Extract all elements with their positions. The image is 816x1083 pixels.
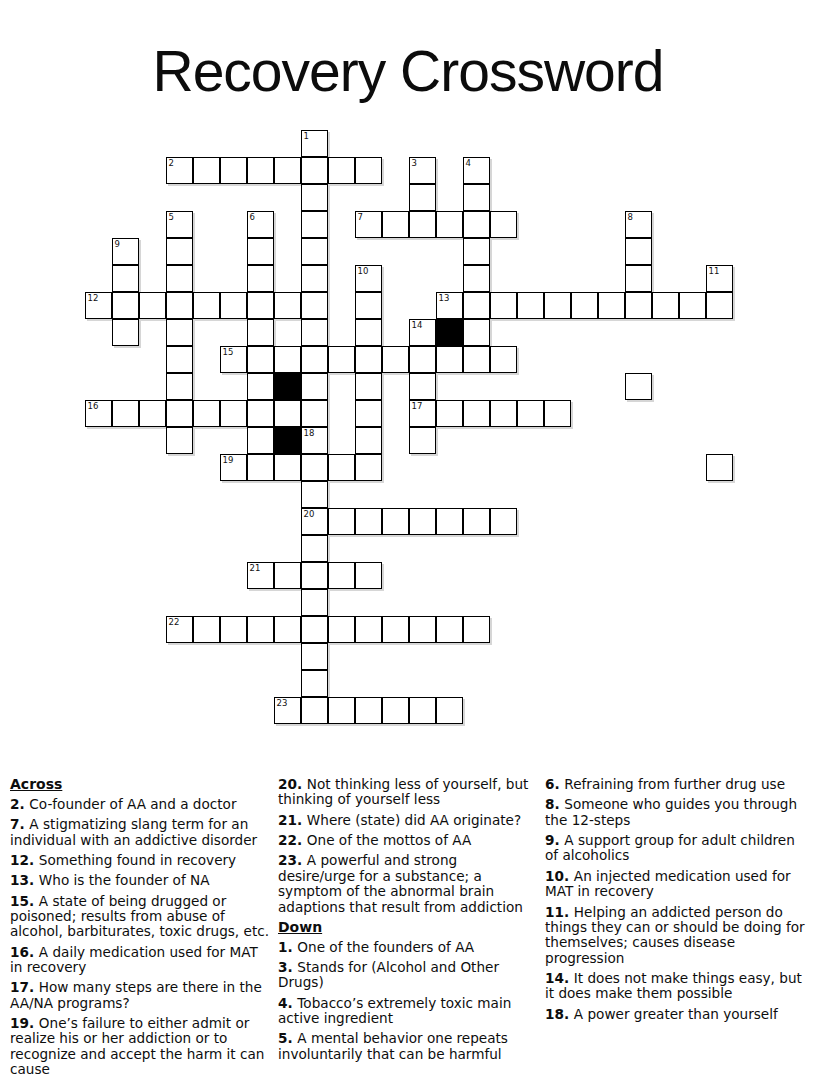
grid-cell[interactable]	[409, 346, 436, 373]
grid-cell[interactable]	[166, 346, 193, 373]
grid-cell[interactable]	[247, 238, 274, 265]
down-clue-list: 1. One of the founders of AA3. Stands fo…	[278, 940, 538, 1063]
grid-cell[interactable]	[328, 508, 355, 535]
grid-cell[interactable]	[220, 454, 247, 481]
clues-section: Across 2. Co-founder of AA and a doctor7…	[0, 777, 816, 1083]
grid-cell[interactable]	[625, 373, 652, 400]
grid-cell[interactable]	[409, 616, 436, 643]
down-clue-list-2: 6. Refraining from further drug use8. So…	[545, 777, 807, 1022]
grid-cell[interactable]	[301, 697, 328, 724]
grid-cell[interactable]	[382, 346, 409, 373]
grid-cell[interactable]	[463, 616, 490, 643]
grid-cell[interactable]	[166, 211, 193, 238]
grid-cell[interactable]	[301, 373, 328, 400]
grid-cell[interactable]	[166, 319, 193, 346]
clue-5: 5. A mental behavior one repeats involun…	[278, 1031, 538, 1062]
grid-cell[interactable]	[274, 346, 301, 373]
grid-cell[interactable]	[409, 508, 436, 535]
grid-cell[interactable]	[139, 400, 166, 427]
clue-13: 13. Who is the founder of NA	[10, 873, 274, 888]
grid-cell[interactable]	[139, 292, 166, 319]
grid-cell[interactable]	[274, 292, 301, 319]
clue-1: 1. One of the founders of AA	[278, 940, 538, 955]
clue-18: 18. A power greater than yourself	[545, 1007, 807, 1022]
grid-cell[interactable]	[301, 400, 328, 427]
grid-cell[interactable]	[301, 265, 328, 292]
grid-cell[interactable]	[301, 643, 328, 670]
clue-12: 12. Something found in recovery	[10, 853, 274, 868]
grid-cell[interactable]	[247, 319, 274, 346]
grid-cell[interactable]	[436, 697, 463, 724]
page: { "game": "crossword", "title": "Recover…	[0, 0, 816, 1083]
grid-cell[interactable]	[247, 292, 274, 319]
grid-cell[interactable]	[544, 292, 571, 319]
grid-cell[interactable]	[355, 211, 382, 238]
grid-cell[interactable]	[274, 697, 301, 724]
grid-cell[interactable]	[301, 670, 328, 697]
clue-22: 22. One of the mottos of AA	[278, 833, 538, 848]
grid-cell[interactable]	[409, 319, 436, 346]
grid-cell[interactable]	[193, 400, 220, 427]
grid-cell[interactable]	[301, 481, 328, 508]
across-clue-list-2: 20. Not thinking less of yourself, but t…	[278, 777, 538, 915]
grid-cell[interactable]	[328, 454, 355, 481]
grid-cell[interactable]	[112, 238, 139, 265]
grid-cell[interactable]	[355, 697, 382, 724]
clue-4: 4. Tobacco’s extremely toxic main active…	[278, 996, 538, 1027]
clue-8: 8. Someone who guides you through the 12…	[545, 797, 807, 828]
grid-cell[interactable]	[355, 373, 382, 400]
grid-cell[interactable]	[85, 292, 112, 319]
grid-cell[interactable]	[247, 562, 274, 589]
grid-cell[interactable]	[463, 238, 490, 265]
grid-cell[interactable]	[355, 616, 382, 643]
grid-cell[interactable]	[625, 238, 652, 265]
grid-cell[interactable]	[463, 184, 490, 211]
clue-11: 11. Helping an addicted person do things…	[545, 905, 807, 966]
grid-cell[interactable]	[301, 319, 328, 346]
grid-cell[interactable]	[301, 211, 328, 238]
grid-cell[interactable]	[355, 508, 382, 535]
grid-cell[interactable]	[706, 265, 733, 292]
grid-cell[interactable]	[463, 508, 490, 535]
across-header: Across	[10, 777, 274, 793]
grid-cell[interactable]	[193, 616, 220, 643]
grid-cell[interactable]	[706, 292, 733, 319]
clue-15: 15. A state of being drugged or poisoned…	[10, 894, 274, 940]
grid-cell[interactable]	[625, 265, 652, 292]
grid-cell[interactable]	[247, 346, 274, 373]
grid-cell[interactable]	[274, 562, 301, 589]
grid-cell[interactable]	[409, 157, 436, 184]
clue-20: 20. Not thinking less of yourself, but t…	[278, 777, 538, 808]
grid-cell[interactable]	[112, 319, 139, 346]
grid-cell[interactable]	[328, 157, 355, 184]
grid-cell[interactable]	[382, 697, 409, 724]
grid-cell[interactable]	[490, 400, 517, 427]
grid-cell[interactable]	[436, 400, 463, 427]
down-header: Down	[278, 920, 538, 936]
grid-cell[interactable]	[409, 400, 436, 427]
grid-cell[interactable]	[301, 427, 328, 454]
grid-cell[interactable]	[355, 157, 382, 184]
grid-cell[interactable]	[112, 265, 139, 292]
grid-cell[interactable]	[679, 292, 706, 319]
grid-cell[interactable]	[274, 616, 301, 643]
grid-cell[interactable]	[463, 292, 490, 319]
grid-cell[interactable]	[544, 400, 571, 427]
clues-column-2: 20. Not thinking less of yourself, but t…	[278, 777, 538, 1067]
grid-cell[interactable]	[301, 157, 328, 184]
grid-cell[interactable]	[247, 454, 274, 481]
grid-cell[interactable]	[301, 508, 328, 535]
clue-17: 17. How many steps are there in the AA/N…	[10, 980, 274, 1011]
grid-cell[interactable]	[706, 454, 733, 481]
grid-cell[interactable]	[301, 130, 328, 157]
grid-cell[interactable]	[409, 184, 436, 211]
grid-cell[interactable]	[301, 454, 328, 481]
grid-cell[interactable]	[598, 292, 625, 319]
grid-cell[interactable]	[355, 319, 382, 346]
grid-cell[interactable]	[274, 454, 301, 481]
grid-cell[interactable]	[436, 292, 463, 319]
grid-cell[interactable]	[247, 211, 274, 238]
grid-cell[interactable]	[301, 238, 328, 265]
grid-cell[interactable]	[166, 292, 193, 319]
grid-cell[interactable]	[409, 697, 436, 724]
grid-cell[interactable]	[517, 292, 544, 319]
across-clue-list: 2. Co-founder of AA and a doctor7. A sti…	[10, 797, 274, 1078]
clue-16: 16. A daily medication used for MAT in r…	[10, 945, 274, 976]
grid-cell[interactable]	[247, 427, 274, 454]
black-cell	[436, 319, 463, 346]
grid-cell[interactable]	[328, 562, 355, 589]
grid-cell[interactable]	[112, 400, 139, 427]
black-cell	[274, 427, 301, 454]
grid-cell[interactable]	[220, 346, 247, 373]
grid-cell[interactable]	[328, 697, 355, 724]
grid-cell[interactable]	[463, 346, 490, 373]
grid-cell[interactable]	[220, 292, 247, 319]
grid-cell[interactable]	[112, 292, 139, 319]
grid-cell[interactable]	[301, 292, 328, 319]
grid-cell[interactable]	[490, 211, 517, 238]
grid-cell[interactable]	[274, 400, 301, 427]
grid-cell[interactable]	[328, 616, 355, 643]
grid-cell[interactable]	[436, 508, 463, 535]
grid-cell[interactable]	[463, 157, 490, 184]
grid-cell[interactable]	[193, 292, 220, 319]
clue-9: 9. A support group for adult children of…	[545, 833, 807, 864]
grid-cell[interactable]	[382, 616, 409, 643]
clue-6: 6. Refraining from further drug use	[545, 777, 807, 792]
clue-21: 21. Where (state) did AA originate?	[278, 813, 538, 828]
grid-cell[interactable]	[652, 292, 679, 319]
grid-cell[interactable]	[166, 400, 193, 427]
grid-cell[interactable]	[436, 616, 463, 643]
grid-cell[interactable]	[382, 508, 409, 535]
grid-cell[interactable]	[571, 292, 598, 319]
clue-10: 10. An injected medication used for MAT …	[545, 869, 807, 900]
grid-cell[interactable]	[409, 211, 436, 238]
grid-cell[interactable]	[247, 616, 274, 643]
clue-7: 7. A stigmatizing slang term for an indi…	[10, 817, 274, 848]
grid-cell[interactable]	[166, 157, 193, 184]
grid-cell[interactable]	[355, 292, 382, 319]
grid-cell[interactable]	[301, 346, 328, 373]
grid-cell[interactable]	[193, 157, 220, 184]
grid-cell[interactable]	[301, 562, 328, 589]
grid-cell[interactable]	[355, 454, 382, 481]
clue-23: 23. A powerful and strong desire/urge fo…	[278, 853, 538, 914]
grid-cell[interactable]	[301, 184, 328, 211]
clues-column-1: Across 2. Co-founder of AA and a doctor7…	[10, 777, 274, 1083]
page-title: Recovery Crossword	[0, 42, 816, 102]
grid-cell[interactable]	[490, 508, 517, 535]
grid-cell[interactable]	[220, 400, 247, 427]
grid-cell[interactable]	[490, 292, 517, 319]
clue-14: 14. It does not make things easy, but it…	[545, 971, 807, 1002]
clues-column-3: 6. Refraining from further drug use8. So…	[545, 777, 807, 1027]
grid-cell[interactable]	[436, 346, 463, 373]
grid-cell[interactable]	[436, 211, 463, 238]
grid-cell[interactable]	[247, 157, 274, 184]
grid-cell[interactable]	[301, 535, 328, 562]
grid-cell[interactable]	[463, 319, 490, 346]
grid-cell[interactable]	[247, 400, 274, 427]
grid-cell[interactable]	[247, 265, 274, 292]
grid-cell[interactable]	[355, 562, 382, 589]
grid-cell[interactable]	[517, 400, 544, 427]
grid-cell[interactable]	[382, 211, 409, 238]
clue-3: 3. Stands for (Alcohol and Other Drugs)	[278, 960, 538, 991]
grid-cell[interactable]	[166, 427, 193, 454]
grid-cell[interactable]	[463, 211, 490, 238]
grid-cell[interactable]	[220, 616, 247, 643]
grid-cell[interactable]	[328, 346, 355, 373]
grid-cell[interactable]	[355, 265, 382, 292]
grid-cell[interactable]	[247, 373, 274, 400]
grid-cell[interactable]	[166, 373, 193, 400]
grid-cell[interactable]	[85, 400, 112, 427]
grid-cell[interactable]	[220, 157, 247, 184]
grid-cell[interactable]	[166, 616, 193, 643]
grid-cell[interactable]	[355, 346, 382, 373]
grid-cell[interactable]	[166, 265, 193, 292]
black-cell	[274, 373, 301, 400]
grid-cell[interactable]	[463, 265, 490, 292]
grid-cell[interactable]	[409, 427, 436, 454]
grid-cell[interactable]	[301, 589, 328, 616]
grid-cell[interactable]	[625, 211, 652, 238]
grid-cell[interactable]	[355, 427, 382, 454]
grid-cell[interactable]	[409, 373, 436, 400]
grid-cell[interactable]	[463, 400, 490, 427]
grid-cell[interactable]	[274, 157, 301, 184]
crossword-grid: 1234567891011121314151617181920212223	[85, 130, 733, 724]
grid-cell[interactable]	[625, 292, 652, 319]
grid-cell[interactable]	[490, 346, 517, 373]
grid-cell[interactable]	[355, 400, 382, 427]
clue-19: 19. One’s failure to either admit or rea…	[10, 1016, 274, 1077]
clue-2: 2. Co-founder of AA and a doctor	[10, 797, 274, 812]
grid-cell[interactable]	[166, 238, 193, 265]
grid-cell[interactable]	[301, 616, 328, 643]
